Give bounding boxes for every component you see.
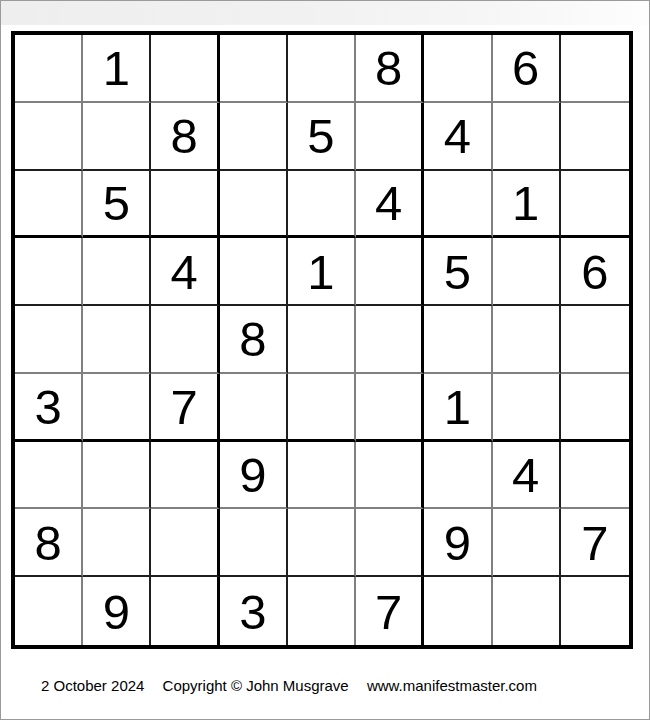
sudoku-cell-r9c4[interactable]: 3	[220, 577, 288, 645]
sudoku-cell-r1c9[interactable]	[561, 35, 629, 103]
sudoku-cell-r4c5[interactable]: 1	[288, 238, 356, 306]
sudoku-cell-r2c5[interactable]: 5	[288, 103, 356, 171]
given-digit: 9	[103, 588, 130, 637]
sudoku-cell-r6c7[interactable]: 1	[424, 374, 492, 442]
sudoku-cell-r9c6[interactable]: 7	[356, 577, 424, 645]
sudoku-cell-r9c3[interactable]	[151, 577, 219, 645]
sudoku-cell-r4c4[interactable]	[220, 238, 288, 306]
given-digit: 1	[444, 383, 471, 432]
sudoku-cell-r4c1[interactable]	[15, 238, 83, 306]
sudoku-cell-r9c9[interactable]	[561, 577, 629, 645]
given-digit: 5	[307, 112, 334, 161]
sudoku-cell-r3c1[interactable]	[15, 171, 83, 239]
given-digit: 3	[34, 383, 61, 432]
top-banner	[1, 1, 649, 25]
sudoku-cell-r4c8[interactable]	[493, 238, 561, 306]
sudoku-cell-r3c4[interactable]	[220, 171, 288, 239]
sudoku-cell-r5c8[interactable]	[493, 306, 561, 374]
sudoku-cell-r1c6[interactable]: 8	[356, 35, 424, 103]
sudoku-cell-r5c1[interactable]	[15, 306, 83, 374]
sudoku-cell-r6c9[interactable]	[561, 374, 629, 442]
sudoku-cell-r7c8[interactable]: 4	[493, 442, 561, 510]
given-digit: 8	[170, 112, 197, 161]
copyright-text: Copyright © John Musgrave	[163, 677, 349, 694]
sudoku-cell-r1c3[interactable]	[151, 35, 219, 103]
sudoku-cell-r4c7[interactable]: 5	[424, 238, 492, 306]
sudoku-cell-r7c1[interactable]	[15, 442, 83, 510]
given-digit: 9	[239, 451, 266, 500]
given-digit: 7	[581, 519, 608, 568]
sudoku-cell-r8c7[interactable]: 9	[424, 509, 492, 577]
given-digit: 1	[307, 248, 334, 297]
given-digit: 9	[444, 519, 471, 568]
sudoku-cell-r7c4[interactable]: 9	[220, 442, 288, 510]
sudoku-cell-r5c3[interactable]	[151, 306, 219, 374]
sudoku-cell-r3c8[interactable]: 1	[493, 171, 561, 239]
sudoku-cell-r5c4[interactable]: 8	[220, 306, 288, 374]
sudoku-cell-r2c8[interactable]	[493, 103, 561, 171]
sudoku-cell-r8c8[interactable]	[493, 509, 561, 577]
sudoku-cell-r8c6[interactable]	[356, 509, 424, 577]
sudoku-cell-r6c8[interactable]	[493, 374, 561, 442]
sudoku-cell-r9c8[interactable]	[493, 577, 561, 645]
sudoku-cell-r5c9[interactable]	[561, 306, 629, 374]
sudoku-cell-r1c8[interactable]: 6	[493, 35, 561, 103]
given-digit: 5	[103, 179, 130, 228]
sudoku-cell-r2c2[interactable]	[83, 103, 151, 171]
sudoku-cell-r2c1[interactable]	[15, 103, 83, 171]
given-digit: 4	[375, 179, 402, 228]
sudoku-cell-r8c1[interactable]: 8	[15, 509, 83, 577]
given-digit: 1	[103, 44, 130, 93]
sudoku-cell-r3c9[interactable]	[561, 171, 629, 239]
sudoku-cell-r1c1[interactable]	[15, 35, 83, 103]
given-digit: 6	[512, 44, 539, 93]
sudoku-cell-r3c3[interactable]	[151, 171, 219, 239]
sudoku-cell-r7c7[interactable]	[424, 442, 492, 510]
sudoku-cell-r5c6[interactable]	[356, 306, 424, 374]
sudoku-cell-r1c7[interactable]	[424, 35, 492, 103]
given-digit: 3	[239, 588, 266, 637]
sudoku-cell-r3c7[interactable]	[424, 171, 492, 239]
sudoku-cell-r9c7[interactable]	[424, 577, 492, 645]
sudoku-cell-r8c3[interactable]	[151, 509, 219, 577]
given-digit: 4	[512, 451, 539, 500]
sudoku-cell-r7c2[interactable]	[83, 442, 151, 510]
given-digit: 7	[170, 383, 197, 432]
sudoku-cell-r8c2[interactable]	[83, 509, 151, 577]
sudoku-cell-r2c3[interactable]: 8	[151, 103, 219, 171]
sudoku-cell-r4c3[interactable]: 4	[151, 238, 219, 306]
sudoku-cell-r4c6[interactable]	[356, 238, 424, 306]
footer: 2 October 2024 Copyright © John Musgrave…	[41, 677, 537, 694]
given-digit: 8	[239, 315, 266, 364]
sudoku-cell-r7c3[interactable]	[151, 442, 219, 510]
sudoku-cell-r8c9[interactable]: 7	[561, 509, 629, 577]
sudoku-cell-r6c4[interactable]	[220, 374, 288, 442]
sudoku-cell-r7c5[interactable]	[288, 442, 356, 510]
sudoku-cell-r2c7[interactable]: 4	[424, 103, 492, 171]
sudoku-cell-r9c2[interactable]: 9	[83, 577, 151, 645]
sudoku-cell-r4c9[interactable]: 6	[561, 238, 629, 306]
puzzle-date: 2 October 2024	[41, 677, 144, 694]
sudoku-cell-r7c9[interactable]	[561, 442, 629, 510]
sudoku-cell-r2c9[interactable]	[561, 103, 629, 171]
sudoku-cell-r2c6[interactable]	[356, 103, 424, 171]
sudoku-cell-r6c2[interactable]	[83, 374, 151, 442]
sudoku-cell-r7c6[interactable]	[356, 442, 424, 510]
sudoku-cell-r3c6[interactable]: 4	[356, 171, 424, 239]
sudoku-cell-r9c5[interactable]	[288, 577, 356, 645]
given-digit: 7	[375, 588, 402, 637]
given-digit: 1	[512, 179, 539, 228]
given-digit: 4	[170, 248, 197, 297]
sudoku-cell-r5c2[interactable]	[83, 306, 151, 374]
sudoku-cell-r4c2[interactable]	[83, 238, 151, 306]
sudoku-cell-r8c5[interactable]	[288, 509, 356, 577]
sudoku-cell-r6c6[interactable]	[356, 374, 424, 442]
sudoku-cell-r8c4[interactable]	[220, 509, 288, 577]
sudoku-cell-r1c5[interactable]	[288, 35, 356, 103]
given-digit: 5	[444, 248, 471, 297]
sudoku-grid: 1868545414156837194897937	[11, 31, 633, 649]
sudoku-cell-r1c2[interactable]: 1	[83, 35, 151, 103]
given-digit: 6	[581, 248, 608, 297]
sudoku-cell-r5c5[interactable]	[288, 306, 356, 374]
given-digit: 8	[34, 519, 61, 568]
given-digit: 4	[444, 112, 471, 161]
sudoku-cell-r3c2[interactable]: 5	[83, 171, 151, 239]
sudoku-cell-r1c4[interactable]	[220, 35, 288, 103]
sudoku-cell-r6c1[interactable]: 3	[15, 374, 83, 442]
sudoku-cell-r2c4[interactable]	[220, 103, 288, 171]
given-digit: 8	[375, 44, 402, 93]
website-url: www.manifestmaster.com	[367, 677, 537, 694]
puzzle-page: 1868545414156837194897937 2 October 2024…	[0, 0, 650, 720]
sudoku-cell-r6c5[interactable]	[288, 374, 356, 442]
sudoku-cell-r5c7[interactable]	[424, 306, 492, 374]
sudoku-cell-r3c5[interactable]	[288, 171, 356, 239]
sudoku-cell-r6c3[interactable]: 7	[151, 374, 219, 442]
sudoku-cell-r9c1[interactable]	[15, 577, 83, 645]
